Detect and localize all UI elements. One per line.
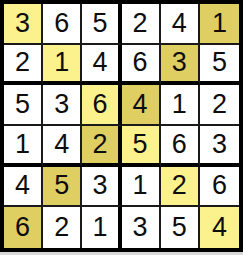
cell-r6c2[interactable]: 2 — [43, 207, 82, 248]
cell-r3c1[interactable]: 5 — [4, 85, 43, 126]
cell-r5c2[interactable]: 5 — [43, 167, 82, 208]
cell-r6c3[interactable]: 1 — [82, 207, 121, 248]
sudoku-board: 365241214635536412142563453126621354 — [0, 0, 243, 252]
cell-r4c1[interactable]: 1 — [4, 126, 43, 167]
cell-r6c6[interactable]: 4 — [200, 207, 239, 248]
cell-r6c5[interactable]: 5 — [161, 207, 200, 248]
cell-r1c3[interactable]: 5 — [82, 4, 121, 45]
cell-r4c2[interactable]: 4 — [43, 126, 82, 167]
cell-r2c6[interactable]: 5 — [200, 45, 239, 86]
page-background: 365241214635536412142563453126621354 — [0, 0, 243, 255]
cell-r3c6[interactable]: 2 — [200, 85, 239, 126]
cell-r1c1[interactable]: 3 — [4, 4, 43, 45]
cell-r5c6[interactable]: 6 — [200, 167, 239, 208]
cell-r5c4[interactable]: 1 — [122, 167, 161, 208]
cell-r3c3[interactable]: 6 — [82, 85, 121, 126]
cell-r2c4[interactable]: 6 — [122, 45, 161, 86]
cell-r4c4[interactable]: 5 — [122, 126, 161, 167]
cell-r5c3[interactable]: 3 — [82, 167, 121, 208]
cell-r4c6[interactable]: 3 — [200, 126, 239, 167]
cell-r1c2[interactable]: 6 — [43, 4, 82, 45]
cell-r5c1[interactable]: 4 — [4, 167, 43, 208]
cell-r6c1[interactable]: 6 — [4, 207, 43, 248]
cell-r1c5[interactable]: 4 — [161, 4, 200, 45]
cell-r3c5[interactable]: 1 — [161, 85, 200, 126]
cell-r3c2[interactable]: 3 — [43, 85, 82, 126]
cell-r2c1[interactable]: 2 — [4, 45, 43, 86]
cell-r4c3[interactable]: 2 — [82, 126, 121, 167]
cell-r5c5[interactable]: 2 — [161, 167, 200, 208]
cell-r4c5[interactable]: 6 — [161, 126, 200, 167]
cell-r2c3[interactable]: 4 — [82, 45, 121, 86]
cell-r2c5[interactable]: 3 — [161, 45, 200, 86]
cell-r1c6[interactable]: 1 — [200, 4, 239, 45]
cell-r1c4[interactable]: 2 — [122, 4, 161, 45]
cell-r2c2[interactable]: 1 — [43, 45, 82, 86]
cell-r3c4[interactable]: 4 — [122, 85, 161, 126]
cell-r6c4[interactable]: 3 — [122, 207, 161, 248]
